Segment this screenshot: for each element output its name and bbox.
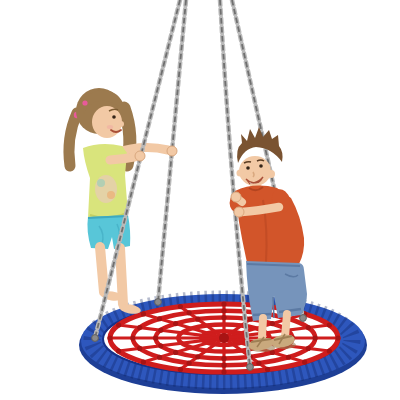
boy-jeans-seam bbox=[273, 297, 274, 318]
boy-hand bbox=[234, 207, 244, 217]
web-knot bbox=[306, 346, 311, 351]
web-knot bbox=[186, 361, 191, 366]
web-knot bbox=[195, 354, 200, 359]
boy-calf bbox=[262, 318, 263, 337]
web-knot bbox=[178, 367, 183, 372]
web-knot bbox=[173, 321, 178, 326]
chain-shackle-icon bbox=[247, 364, 254, 371]
web-knot bbox=[221, 356, 226, 361]
web-knot bbox=[153, 335, 158, 340]
web-knot bbox=[302, 359, 307, 364]
girl-leg bbox=[100, 247, 104, 292]
red-web-net bbox=[107, 301, 340, 374]
web-knot bbox=[327, 322, 332, 327]
web-knot bbox=[221, 315, 226, 320]
boy-face bbox=[239, 156, 271, 186]
web-knot bbox=[335, 335, 340, 340]
web-knot bbox=[221, 301, 226, 306]
web-knot bbox=[116, 322, 121, 327]
web-knot bbox=[256, 361, 261, 366]
web-knot bbox=[265, 367, 270, 372]
boy-calf bbox=[285, 314, 287, 337]
girl-eye bbox=[112, 115, 116, 119]
web-knot bbox=[141, 311, 146, 316]
web-knot bbox=[137, 346, 142, 351]
boy-eye bbox=[246, 166, 250, 170]
nest-swing-photo bbox=[0, 0, 400, 400]
web-knot bbox=[313, 335, 318, 340]
web-knot bbox=[195, 317, 200, 322]
web-knot bbox=[306, 325, 311, 330]
boy-hand bbox=[231, 192, 241, 202]
web-knot bbox=[107, 335, 112, 340]
web-knot bbox=[157, 316, 162, 321]
web-knot bbox=[248, 317, 253, 322]
girl-hair-tie-top-icon bbox=[82, 100, 87, 105]
web-center-knot bbox=[219, 333, 229, 343]
web-knot bbox=[186, 310, 191, 315]
girl-face bbox=[92, 106, 122, 138]
web-knot bbox=[270, 321, 275, 326]
girl-nose bbox=[118, 121, 124, 127]
girl-shirt-print-orange bbox=[107, 191, 115, 199]
web-knot bbox=[173, 350, 178, 355]
girl-blush bbox=[107, 125, 113, 129]
chain-shackle-icon bbox=[155, 299, 162, 306]
web-knot bbox=[178, 304, 183, 309]
product-photo bbox=[0, 0, 400, 400]
web-knot bbox=[157, 355, 162, 360]
web-knot bbox=[221, 363, 226, 368]
web-knot bbox=[137, 325, 142, 330]
web-knot bbox=[221, 308, 226, 313]
web-knot bbox=[130, 335, 135, 340]
girl-shirt-print bbox=[95, 175, 117, 203]
web-knot bbox=[221, 369, 226, 374]
web-knot bbox=[286, 355, 291, 360]
girl-shirt-print-teal bbox=[97, 179, 105, 187]
web-knot bbox=[158, 343, 163, 348]
chain-shackle-icon bbox=[300, 315, 307, 322]
boy-arm bbox=[242, 207, 279, 212]
web-knot bbox=[141, 359, 146, 364]
web-knot bbox=[116, 348, 121, 353]
web-knot bbox=[327, 348, 332, 353]
web-knot bbox=[158, 328, 163, 333]
boy-eye bbox=[259, 164, 263, 168]
girl-hand bbox=[167, 146, 177, 156]
girl-hand bbox=[135, 151, 145, 161]
chain-shackle-icon bbox=[92, 335, 99, 342]
